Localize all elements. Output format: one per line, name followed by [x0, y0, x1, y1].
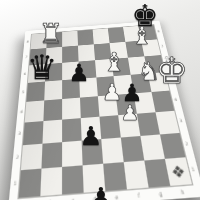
square-a4[interactable]	[25, 100, 45, 122]
square-a1[interactable]	[19, 169, 42, 198]
square-d4[interactable]	[80, 96, 99, 118]
white-pawn-e4[interactable]: ♟	[102, 81, 123, 104]
square-c4[interactable]	[62, 98, 81, 120]
chessboard-photo: ❖ abcdefgh 87654321 87654321 Quartet ♚♝♜…	[0, 0, 200, 200]
captured-piece-offboard[interactable]: ♟	[89, 184, 112, 200]
file-label: c	[62, 198, 84, 200]
black-pawn-c5[interactable]: ♟	[68, 61, 90, 85]
square-d8[interactable]	[77, 30, 93, 46]
square-a2[interactable]	[21, 144, 43, 171]
black-queen-a6[interactable]: ♛	[27, 50, 57, 84]
white-pawn-f3[interactable]: ♟	[121, 103, 140, 124]
square-e8[interactable]	[93, 28, 110, 44]
square-b1[interactable]	[40, 167, 62, 196]
square-c1[interactable]	[62, 165, 84, 194]
file-label: g	[149, 191, 172, 200]
file-label: f	[128, 193, 151, 200]
file-label: h	[171, 189, 195, 199]
square-b3[interactable]	[42, 120, 62, 144]
white-rook-a7[interactable]: ♜	[39, 20, 63, 47]
white-bishop-e6[interactable]: ♝	[102, 49, 125, 75]
white-king-h5[interactable]: ♚	[156, 53, 188, 89]
square-b4[interactable]	[43, 99, 62, 121]
square-a3[interactable]	[23, 121, 44, 145]
square-b2[interactable]	[41, 142, 62, 168]
white-bishop-g7[interactable]: ♝	[131, 24, 153, 48]
square-c8[interactable]	[62, 31, 78, 47]
black-pawn-d2[interactable]: ♟	[79, 123, 102, 149]
